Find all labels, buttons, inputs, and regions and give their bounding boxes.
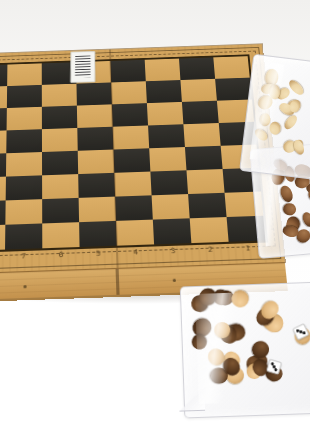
coordinate-label: 6 [42, 249, 80, 261]
chess-piece-light [269, 121, 281, 135]
square [5, 199, 42, 225]
square [149, 147, 186, 172]
square [42, 84, 77, 107]
checker-disc-dark [200, 288, 217, 306]
square [42, 128, 78, 152]
square [111, 81, 147, 104]
square [179, 57, 215, 80]
coordinate-label: 3 [154, 245, 192, 257]
square [77, 104, 113, 128]
square [112, 103, 148, 127]
square [6, 129, 42, 153]
square [79, 221, 117, 247]
square [213, 56, 249, 79]
square [145, 59, 181, 82]
square [77, 127, 113, 151]
chess-piece-dark [282, 202, 298, 217]
hinge-seam [116, 269, 120, 295]
square [146, 80, 182, 103]
square [190, 217, 229, 243]
chessboard: 87654321 87654321 [0, 44, 288, 299]
square [42, 198, 79, 224]
chess-piece-light [281, 113, 299, 132]
coordinate-label: 4 [117, 246, 155, 258]
checkers-dice-bag [180, 282, 310, 419]
square [7, 63, 42, 86]
square [150, 170, 188, 195]
square [6, 175, 42, 200]
square [42, 151, 78, 176]
square [7, 85, 42, 108]
square [147, 102, 184, 126]
bag-fold-corner [178, 388, 205, 412]
squares-grid [0, 56, 266, 251]
square [185, 146, 223, 171]
square [6, 152, 42, 177]
square [148, 124, 185, 148]
square [113, 148, 150, 173]
chess-piece-light [291, 139, 305, 156]
square [116, 220, 154, 246]
square [183, 123, 220, 147]
product-photo: 87654321 87654321 [0, 0, 310, 430]
coordinate-label: 5 [80, 248, 118, 260]
chess-piece-dark [278, 184, 294, 203]
coordinate-label: 7 [5, 250, 42, 262]
chess-piece-light [253, 127, 269, 143]
staple-mark [173, 279, 176, 282]
square [78, 173, 115, 198]
square [110, 60, 145, 83]
square [79, 197, 116, 223]
square [76, 82, 111, 105]
chess-piece-light [259, 113, 270, 127]
staple-mark [23, 285, 26, 288]
square [186, 169, 224, 194]
barcode-sticker [70, 51, 95, 82]
chess-piece-light [287, 78, 306, 97]
coordinate-label: 2 [191, 244, 229, 256]
square [78, 150, 115, 175]
checker-disc-light [228, 288, 252, 312]
square [115, 195, 153, 221]
chess-piece-dark [300, 211, 310, 229]
square [7, 107, 42, 131]
square [114, 172, 151, 197]
square [180, 79, 216, 102]
square [215, 78, 252, 101]
square [42, 174, 79, 199]
square [188, 193, 226, 219]
square [153, 218, 192, 244]
square [152, 194, 190, 220]
square [42, 106, 77, 130]
barcode-bars [75, 56, 90, 78]
square [42, 222, 79, 248]
square [5, 223, 42, 249]
square [113, 125, 150, 149]
square [182, 101, 219, 125]
